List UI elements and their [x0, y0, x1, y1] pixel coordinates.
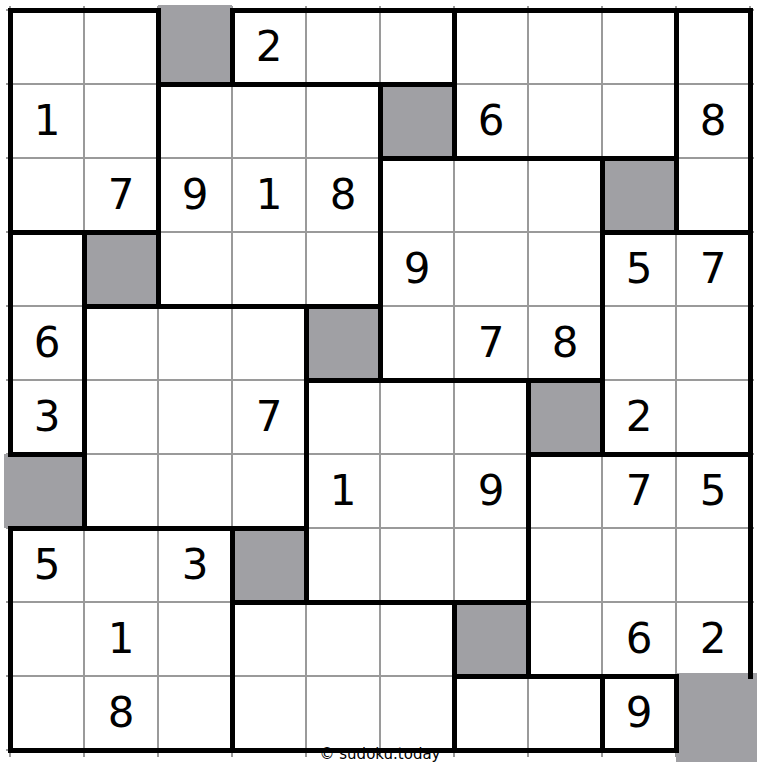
cell-r6c4: 1	[306, 454, 380, 528]
bold-line-horizontal-2	[156, 82, 457, 87]
cell-r7c7[interactable]	[528, 528, 602, 602]
bold-line-horizontal-7	[304, 378, 605, 383]
bold-line-horizontal-1	[230, 8, 753, 13]
cell-r4c6: 7	[454, 306, 528, 380]
bold-line-horizontal-10	[8, 526, 309, 531]
bold-line-vertical-2	[82, 230, 87, 531]
bold-line-vertical-14	[674, 674, 679, 753]
cell-r8c8: 6	[602, 602, 676, 676]
cell-r0c8[interactable]	[602, 10, 676, 84]
cell-r1c0: 1	[10, 84, 84, 158]
cell-r9c5[interactable]	[380, 676, 454, 750]
cell-r1c6: 6	[454, 84, 528, 158]
cell-r0c5[interactable]	[380, 10, 454, 84]
cell-r4c5[interactable]	[380, 306, 454, 380]
cell-r8c3[interactable]	[232, 602, 306, 676]
bold-line-horizontal-6	[82, 304, 383, 309]
cell-r7c5[interactable]	[380, 528, 454, 602]
cell-r4c1[interactable]	[84, 306, 158, 380]
cell-r7c6[interactable]	[454, 528, 528, 602]
cell-r8c7[interactable]	[528, 602, 602, 676]
bold-line-horizontal-11	[230, 600, 531, 605]
cell-r3c5: 9	[380, 232, 454, 306]
cell-r6c9: 5	[676, 454, 750, 528]
cell-r2c7[interactable]	[528, 158, 602, 232]
cell-r9c4[interactable]	[306, 676, 380, 750]
bold-line-vertical-4	[230, 8, 235, 87]
cell-r7c1[interactable]	[84, 528, 158, 602]
cell-r9c8: 9	[602, 676, 676, 750]
cell-r8c9: 2	[676, 602, 750, 676]
cell-r9c3[interactable]	[232, 676, 306, 750]
bold-line-vertical-6	[304, 304, 309, 605]
cell-r5c2[interactable]	[158, 380, 232, 454]
cell-r2c2: 9	[158, 158, 232, 232]
cell-r1c2[interactable]	[158, 84, 232, 158]
cell-r9c0[interactable]	[10, 676, 84, 750]
cell-r0c9[interactable]	[676, 10, 750, 84]
cell-r2c0[interactable]	[10, 158, 84, 232]
cell-r7c2: 3	[158, 528, 232, 602]
cell-r2c4: 8	[306, 158, 380, 232]
hole-cell-r1c5	[380, 84, 454, 158]
bold-line-vertical-3	[156, 8, 161, 309]
cell-r5c1[interactable]	[84, 380, 158, 454]
cell-r6c1[interactable]	[84, 454, 158, 528]
cell-r7c0: 5	[10, 528, 84, 602]
bold-line-horizontal-12	[452, 674, 679, 679]
cell-r8c5[interactable]	[380, 602, 454, 676]
puzzle-page: 2168791895767837219755316289 © sudoku.to…	[0, 0, 760, 770]
bold-line-horizontal-4	[8, 230, 161, 235]
cell-r9c1: 8	[84, 676, 158, 750]
cell-r4c7: 8	[528, 306, 602, 380]
hole-cell-r7c3	[232, 528, 306, 602]
cell-r5c6[interactable]	[454, 380, 528, 454]
cell-r4c0: 6	[10, 306, 84, 380]
cell-r3c6[interactable]	[454, 232, 528, 306]
cell-r3c4[interactable]	[306, 232, 380, 306]
cell-r1c9: 8	[676, 84, 750, 158]
bold-line-vertical-11	[600, 156, 605, 457]
cell-r4c8[interactable]	[602, 306, 676, 380]
cell-r8c2[interactable]	[158, 602, 232, 676]
hole-cell-r5c7	[528, 380, 602, 454]
cell-r5c3: 7	[232, 380, 306, 454]
cell-r6c7[interactable]	[528, 454, 602, 528]
cell-r5c4[interactable]	[306, 380, 380, 454]
cell-r3c3[interactable]	[232, 232, 306, 306]
cell-r7c4[interactable]	[306, 528, 380, 602]
cell-r5c0: 3	[10, 380, 84, 454]
cell-r5c5[interactable]	[380, 380, 454, 454]
cell-r1c4[interactable]	[306, 84, 380, 158]
cell-r3c9: 7	[676, 232, 750, 306]
cell-r4c2[interactable]	[158, 306, 232, 380]
cell-r1c8[interactable]	[602, 84, 676, 158]
cell-r6c8: 7	[602, 454, 676, 528]
sudoku-board: 2168791895767837219755316289	[0, 0, 760, 760]
bold-line-vertical-7	[378, 82, 383, 383]
bold-line-horizontal-8	[8, 452, 87, 457]
bold-line-vertical-5	[230, 526, 235, 753]
cell-r1c3[interactable]	[232, 84, 306, 158]
hole-cell-r0c2	[158, 5, 232, 84]
hole-cell-r4c4	[306, 306, 380, 380]
cell-r0c7[interactable]	[528, 10, 602, 84]
bold-line-horizontal-9	[526, 452, 753, 457]
cell-r3c7[interactable]	[528, 232, 602, 306]
cell-r5c8: 2	[602, 380, 676, 454]
hole-cell-r2c8	[602, 158, 676, 232]
cell-r7c8[interactable]	[602, 528, 676, 602]
cell-r9c6[interactable]	[454, 676, 528, 750]
bold-line-vertical-10	[526, 378, 531, 679]
bold-line-horizontal-0	[8, 8, 161, 13]
cell-r8c4[interactable]	[306, 602, 380, 676]
cell-r6c5[interactable]	[380, 454, 454, 528]
cell-r3c0[interactable]	[10, 232, 84, 306]
cell-r3c8: 5	[602, 232, 676, 306]
cell-r6c6: 9	[454, 454, 528, 528]
cell-r5c9[interactable]	[676, 380, 750, 454]
cell-r0c3: 2	[232, 10, 306, 84]
bold-line-horizontal-3	[378, 156, 679, 161]
cell-r2c3: 1	[232, 158, 306, 232]
cell-r0c1[interactable]	[84, 10, 158, 84]
cell-r9c7[interactable]	[528, 676, 602, 750]
cell-r0c4[interactable]	[306, 10, 380, 84]
cell-r8c1: 1	[84, 602, 158, 676]
cell-r6c2[interactable]	[158, 454, 232, 528]
cell-r4c3[interactable]	[232, 306, 306, 380]
bold-line-vertical-1	[8, 526, 13, 753]
bold-line-horizontal-5	[600, 230, 753, 235]
hole-cell-r6c0	[4, 454, 84, 528]
hole-cell-r8c6	[454, 602, 528, 676]
bold-line-vertical-12	[600, 674, 605, 753]
cell-r0c6[interactable]	[454, 10, 528, 84]
cell-r3c2[interactable]	[158, 232, 232, 306]
cell-r4c9[interactable]	[676, 306, 750, 380]
cell-r2c5[interactable]	[380, 158, 454, 232]
cell-r2c6[interactable]	[454, 158, 528, 232]
hole-cell-r3c1	[84, 232, 158, 306]
cell-r1c7[interactable]	[528, 84, 602, 158]
cell-r8c0[interactable]	[10, 602, 84, 676]
cell-r0c0[interactable]	[10, 10, 84, 84]
cell-r2c9[interactable]	[676, 158, 750, 232]
cell-r2c1: 7	[84, 158, 158, 232]
copyright-caption: © sudoku.today	[0, 745, 760, 763]
cell-r7c9[interactable]	[676, 528, 750, 602]
cell-r9c2[interactable]	[158, 676, 232, 750]
bold-line-vertical-13	[674, 8, 679, 235]
cell-r6c3[interactable]	[232, 454, 306, 528]
cell-r1c1[interactable]	[84, 84, 158, 158]
bold-line-vertical-15	[748, 8, 753, 679]
